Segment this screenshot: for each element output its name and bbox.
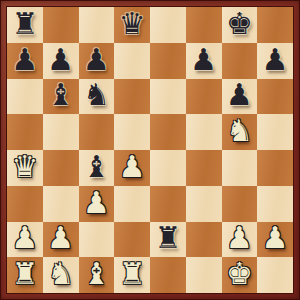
- square-h6[interactable]: [257, 79, 293, 115]
- black-pawn[interactable]: ♟: [190, 45, 217, 75]
- square-a1[interactable]: ♜: [7, 257, 43, 293]
- square-e5[interactable]: [150, 114, 186, 150]
- square-b8[interactable]: [43, 7, 79, 43]
- square-h1[interactable]: [257, 257, 293, 293]
- square-e2[interactable]: ♜: [150, 222, 186, 258]
- square-f7[interactable]: ♟: [186, 43, 222, 79]
- black-pawn[interactable]: ♟: [262, 45, 289, 75]
- square-c8[interactable]: [79, 7, 115, 43]
- square-b3[interactable]: [43, 186, 79, 222]
- square-g8[interactable]: ♚: [222, 7, 258, 43]
- black-rook[interactable]: ♜: [11, 9, 38, 39]
- square-b6[interactable]: ♝: [43, 79, 79, 115]
- black-queen[interactable]: ♛: [119, 9, 146, 39]
- black-pawn[interactable]: ♟: [47, 45, 74, 75]
- black-pawn[interactable]: ♟: [226, 80, 253, 110]
- white-pawn[interactable]: ♟: [47, 223, 74, 253]
- square-f5[interactable]: [186, 114, 222, 150]
- square-c7[interactable]: ♟: [79, 43, 115, 79]
- square-d7[interactable]: [114, 43, 150, 79]
- square-e8[interactable]: [150, 7, 186, 43]
- square-f2[interactable]: [186, 222, 222, 258]
- square-d6[interactable]: [114, 79, 150, 115]
- square-h7[interactable]: ♟: [257, 43, 293, 79]
- white-rook[interactable]: ♜: [119, 259, 146, 289]
- square-d4[interactable]: ♟: [114, 150, 150, 186]
- square-d1[interactable]: ♜: [114, 257, 150, 293]
- black-bishop[interactable]: ♝: [47, 80, 74, 110]
- square-f3[interactable]: [186, 186, 222, 222]
- board-frame: ♜♛♚♟♟♟♟♟♝♞♟♞♛♝♟♟♟♟♜♟♟♜♞♝♜♚: [0, 0, 300, 300]
- square-e6[interactable]: [150, 79, 186, 115]
- square-c1[interactable]: ♝: [79, 257, 115, 293]
- square-h4[interactable]: [257, 150, 293, 186]
- white-pawn[interactable]: ♟: [11, 223, 38, 253]
- square-b1[interactable]: ♞: [43, 257, 79, 293]
- square-d5[interactable]: [114, 114, 150, 150]
- square-g1[interactable]: ♚: [222, 257, 258, 293]
- square-f8[interactable]: [186, 7, 222, 43]
- square-g6[interactable]: ♟: [222, 79, 258, 115]
- square-b2[interactable]: ♟: [43, 222, 79, 258]
- square-a4[interactable]: ♛: [7, 150, 43, 186]
- white-knight[interactable]: ♞: [226, 116, 253, 146]
- square-g4[interactable]: [222, 150, 258, 186]
- square-b7[interactable]: ♟: [43, 43, 79, 79]
- square-e4[interactable]: [150, 150, 186, 186]
- square-g2[interactable]: ♟: [222, 222, 258, 258]
- square-a5[interactable]: [7, 114, 43, 150]
- square-c5[interactable]: [79, 114, 115, 150]
- square-a8[interactable]: ♜: [7, 7, 43, 43]
- black-king[interactable]: ♚: [226, 9, 253, 39]
- square-c4[interactable]: ♝: [79, 150, 115, 186]
- white-pawn[interactable]: ♟: [262, 223, 289, 253]
- white-king[interactable]: ♚: [226, 259, 253, 289]
- square-a6[interactable]: [7, 79, 43, 115]
- black-pawn[interactable]: ♟: [11, 45, 38, 75]
- square-b5[interactable]: [43, 114, 79, 150]
- square-d8[interactable]: ♛: [114, 7, 150, 43]
- square-c2[interactable]: [79, 222, 115, 258]
- square-e1[interactable]: [150, 257, 186, 293]
- square-a2[interactable]: ♟: [7, 222, 43, 258]
- square-b4[interactable]: [43, 150, 79, 186]
- square-d2[interactable]: [114, 222, 150, 258]
- black-pawn[interactable]: ♟: [83, 45, 110, 75]
- square-a3[interactable]: [7, 186, 43, 222]
- square-c3[interactable]: ♟: [79, 186, 115, 222]
- black-bishop[interactable]: ♝: [83, 152, 110, 182]
- black-rook[interactable]: ♜: [154, 223, 181, 253]
- white-pawn[interactable]: ♟: [83, 188, 110, 218]
- white-pawn[interactable]: ♟: [119, 152, 146, 182]
- white-bishop[interactable]: ♝: [83, 259, 110, 289]
- square-c6[interactable]: ♞: [79, 79, 115, 115]
- square-h8[interactable]: [257, 7, 293, 43]
- chess-board[interactable]: ♜♛♚♟♟♟♟♟♝♞♟♞♛♝♟♟♟♟♜♟♟♜♞♝♜♚: [7, 7, 293, 293]
- white-rook[interactable]: ♜: [11, 259, 38, 289]
- square-a7[interactable]: ♟: [7, 43, 43, 79]
- square-g7[interactable]: [222, 43, 258, 79]
- square-e3[interactable]: [150, 186, 186, 222]
- square-f1[interactable]: [186, 257, 222, 293]
- white-queen[interactable]: ♛: [11, 152, 38, 182]
- square-f6[interactable]: [186, 79, 222, 115]
- white-knight[interactable]: ♞: [47, 259, 74, 289]
- square-d3[interactable]: [114, 186, 150, 222]
- square-h5[interactable]: [257, 114, 293, 150]
- black-knight[interactable]: ♞: [83, 80, 110, 110]
- square-h3[interactable]: [257, 186, 293, 222]
- square-g5[interactable]: ♞: [222, 114, 258, 150]
- square-f4[interactable]: [186, 150, 222, 186]
- white-pawn[interactable]: ♟: [226, 223, 253, 253]
- square-g3[interactable]: [222, 186, 258, 222]
- square-h2[interactable]: ♟: [257, 222, 293, 258]
- square-e7[interactable]: [150, 43, 186, 79]
